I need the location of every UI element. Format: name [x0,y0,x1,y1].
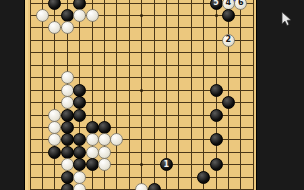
go-stone-black[interactable] [73,158,86,171]
go-stone-white[interactable] [98,158,111,171]
grid-line-vertical [154,0,155,190]
grid-line-vertical [42,0,43,190]
grid-line-vertical [116,0,117,190]
go-stone-black[interactable] [210,158,223,171]
go-stone-white[interactable] [86,9,99,22]
star-point [215,14,218,17]
go-stone-black[interactable] [73,109,86,122]
grid-line-vertical [141,0,142,190]
go-stone-black[interactable] [61,171,74,184]
stone-number: 5 [213,0,219,7]
go-stone-black[interactable] [48,146,61,159]
grid-line-vertical [253,0,254,190]
star-point [140,163,143,166]
go-board[interactable]: 54621 [24,0,256,190]
go-stone-white[interactable] [48,109,61,122]
go-stone-black[interactable] [210,84,223,97]
go-stone-black[interactable] [61,109,74,122]
grid-line-vertical [203,0,204,190]
go-stone-white[interactable] [86,146,99,159]
go-stone-black[interactable] [61,9,74,22]
go-stone-black[interactable] [222,9,235,22]
go-stone-white[interactable] [98,146,111,159]
grid-line-vertical [30,0,31,190]
go-stone-white[interactable] [61,84,74,97]
go-stone-black[interactable]: 1 [160,158,173,171]
grid-line-horizontal [30,40,254,41]
go-stone-black[interactable] [73,146,86,159]
letterbox-right [256,0,304,190]
go-stone-white[interactable] [48,21,61,34]
star-point [140,89,143,92]
go-stone-black[interactable] [222,96,235,109]
go-stone-black[interactable] [61,146,74,159]
go-stone-white[interactable] [86,133,99,146]
go-stone-black[interactable] [61,121,74,134]
letterbox-left [0,0,25,190]
go-stone-black[interactable] [73,133,86,146]
stone-number: 1 [164,161,170,169]
stone-number: 2 [226,36,232,44]
go-stone-white[interactable] [48,121,61,134]
grid-line-horizontal [30,65,254,66]
grid-line-vertical [191,0,192,190]
grid-line-horizontal [30,52,254,53]
stone-number: 6 [238,0,244,7]
go-stone-black[interactable] [148,183,161,190]
go-stone-white[interactable]: 6 [234,0,247,10]
go-stone-black[interactable] [210,109,223,122]
go-stone-white[interactable] [73,9,86,22]
go-stone-white[interactable] [73,171,86,184]
go-stone-black[interactable] [98,121,111,134]
go-stone-black[interactable] [48,0,61,10]
go-stone-black[interactable] [73,96,86,109]
go-stone-white[interactable]: 2 [222,34,235,47]
go-stone-black[interactable] [210,133,223,146]
grid-line-vertical [240,0,241,190]
go-stone-black[interactable] [86,121,99,134]
go-stone-white[interactable] [73,183,86,190]
go-stone-black[interactable] [73,84,86,97]
stone-number: 4 [226,0,232,7]
grid-line-vertical [228,0,229,190]
go-stone-black[interactable] [61,133,74,146]
star-point [140,14,143,17]
go-stone-black[interactable] [61,183,74,190]
go-stone-black[interactable]: 5 [210,0,223,10]
go-stone-white[interactable] [61,96,74,109]
go-stone-white[interactable] [135,183,148,190]
mouse-cursor-icon [281,11,293,27]
go-stone-white[interactable] [110,133,123,146]
go-stone-black[interactable] [86,158,99,171]
go-stone-white[interactable] [48,133,61,146]
go-stone-white[interactable] [36,9,49,22]
go-stone-white[interactable] [61,71,74,84]
grid-line-vertical [129,0,130,190]
grid-line-vertical [178,0,179,190]
go-stone-white[interactable] [61,158,74,171]
go-stone-black[interactable] [197,171,210,184]
go-stone-white[interactable] [98,133,111,146]
video-frame: 54621 [0,0,304,190]
go-stone-white[interactable] [61,21,74,34]
